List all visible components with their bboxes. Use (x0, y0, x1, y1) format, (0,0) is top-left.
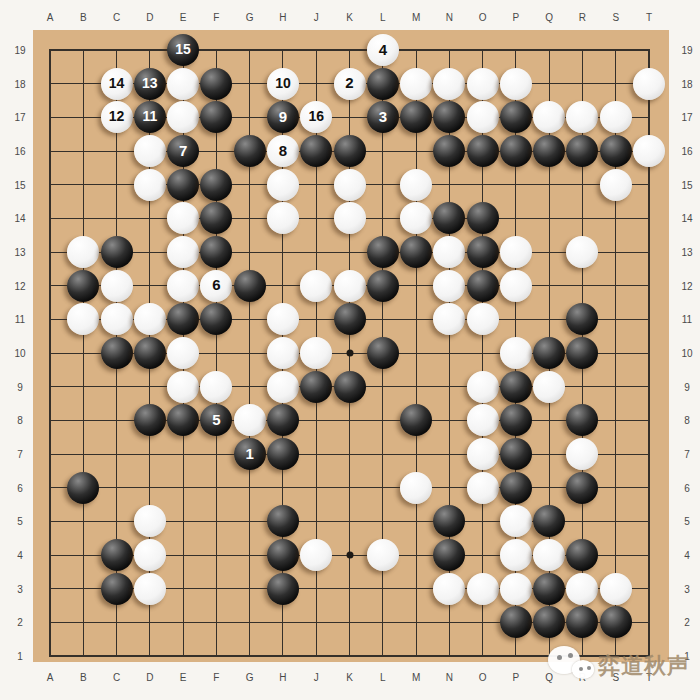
star-point-K10 (346, 350, 353, 357)
stone-black-N16 (433, 135, 465, 167)
stone-white-K18: 2 (334, 68, 366, 100)
move-number-5: 5 (212, 412, 220, 427)
stone-black-L10 (367, 337, 399, 369)
stone-black-G12 (234, 270, 266, 302)
stone-white-E10 (167, 337, 199, 369)
stone-white-H14 (267, 202, 299, 234)
stone-white-N18 (433, 68, 465, 100)
stone-black-D10 (134, 337, 166, 369)
col-label-bottom-N: N (446, 672, 453, 683)
stone-white-O8 (467, 404, 499, 436)
stone-white-P3 (500, 573, 532, 605)
stone-black-N5 (433, 505, 465, 537)
watermark-text: 弈道秋声 (598, 651, 690, 681)
stone-black-C3 (101, 573, 133, 605)
row-label-right-2: 2 (684, 617, 690, 628)
stone-black-G16 (234, 135, 266, 167)
stone-white-E9 (167, 371, 199, 403)
stone-white-Q17 (533, 101, 565, 133)
stone-white-O6 (467, 472, 499, 504)
stone-black-M8 (400, 404, 432, 436)
stone-black-Q16 (533, 135, 565, 167)
wechat-icon (546, 644, 598, 688)
stone-black-H17: 9 (267, 101, 299, 133)
move-number-9: 9 (279, 109, 287, 124)
row-label-left-5: 5 (17, 516, 23, 527)
stone-white-L19: 4 (367, 34, 399, 66)
col-label-bottom-L: L (380, 672, 386, 683)
stone-black-O12 (467, 270, 499, 302)
col-label-bottom-G: G (246, 672, 254, 683)
row-label-right-19: 19 (681, 45, 692, 56)
stone-black-J16 (300, 135, 332, 167)
col-label-top-Q: Q (545, 12, 553, 23)
stone-white-N11 (433, 303, 465, 335)
col-label-bottom-C: C (113, 672, 120, 683)
stone-white-H10 (267, 337, 299, 369)
stone-white-O18 (467, 68, 499, 100)
stone-black-F18 (200, 68, 232, 100)
col-label-top-L: L (380, 12, 386, 23)
row-label-left-14: 14 (14, 213, 25, 224)
stone-black-Q5 (533, 505, 565, 537)
col-label-bottom-D: D (146, 672, 153, 683)
move-number-3: 3 (379, 109, 387, 124)
stone-black-F8: 5 (200, 404, 232, 436)
stone-white-H16: 8 (267, 135, 299, 167)
row-label-left-19: 19 (14, 45, 25, 56)
stone-black-P9 (500, 371, 532, 403)
stone-white-K15 (334, 169, 366, 201)
stone-black-O13 (467, 236, 499, 268)
stone-white-O9 (467, 371, 499, 403)
stone-white-J12 (300, 270, 332, 302)
move-number-16: 16 (308, 109, 324, 123)
row-label-right-13: 13 (681, 247, 692, 258)
stone-white-O3 (467, 573, 499, 605)
stone-white-R7 (566, 438, 598, 470)
stone-black-C13 (101, 236, 133, 268)
stone-white-S17 (600, 101, 632, 133)
row-label-right-10: 10 (681, 348, 692, 359)
stone-black-R11 (566, 303, 598, 335)
move-number-8: 8 (279, 143, 287, 158)
col-label-top-B: B (80, 12, 87, 23)
stone-white-C17: 12 (101, 101, 133, 133)
move-number-2: 2 (345, 75, 353, 90)
col-label-bottom-M: M (412, 672, 420, 683)
move-number-10: 10 (275, 76, 291, 90)
row-label-left-11: 11 (15, 314, 25, 325)
stone-black-F15 (200, 169, 232, 201)
stone-white-P5 (500, 505, 532, 537)
stone-white-F12: 6 (200, 270, 232, 302)
stone-black-G7: 1 (234, 438, 266, 470)
stone-black-O14 (467, 202, 499, 234)
stone-black-C4 (101, 539, 133, 571)
stone-black-H8 (267, 404, 299, 436)
stone-white-C11 (101, 303, 133, 335)
stone-white-F9 (200, 371, 232, 403)
stone-black-F17 (200, 101, 232, 133)
row-label-right-9: 9 (684, 381, 690, 392)
watermark: 弈道秋声 (546, 644, 690, 688)
stone-white-B11 (67, 303, 99, 335)
stone-black-H3 (267, 573, 299, 605)
row-label-left-15: 15 (14, 179, 25, 190)
stone-black-P2 (500, 606, 532, 638)
col-label-bottom-B: B (80, 672, 87, 683)
wechat-eye (557, 655, 562, 660)
row-label-left-12: 12 (14, 280, 25, 291)
row-label-right-16: 16 (681, 146, 692, 157)
stone-white-H18: 10 (267, 68, 299, 100)
move-number-1: 1 (246, 446, 254, 461)
stone-black-N14 (433, 202, 465, 234)
stone-black-R6 (566, 472, 598, 504)
stone-white-O11 (467, 303, 499, 335)
col-label-top-P: P (513, 12, 520, 23)
stone-black-F11 (200, 303, 232, 335)
row-label-left-7: 7 (17, 449, 23, 460)
stone-black-P8 (500, 404, 532, 436)
move-number-15: 15 (175, 42, 191, 56)
row-label-left-8: 8 (17, 415, 23, 426)
stone-white-T18 (633, 68, 665, 100)
col-label-top-T: T (646, 12, 652, 23)
stone-black-D8 (134, 404, 166, 436)
wechat-bubble-small (572, 660, 594, 679)
stone-white-M14 (400, 202, 432, 234)
stone-black-B6 (67, 472, 99, 504)
col-label-top-K: K (346, 12, 353, 23)
stone-white-J17: 16 (300, 101, 332, 133)
stone-black-P16 (500, 135, 532, 167)
col-label-top-S: S (612, 12, 619, 23)
stone-white-T16 (633, 135, 665, 167)
stone-white-N12 (433, 270, 465, 302)
stone-black-O16 (467, 135, 499, 167)
wechat-eye (579, 667, 583, 671)
stone-black-P6 (500, 472, 532, 504)
stone-white-Q4 (533, 539, 565, 571)
stone-white-S3 (600, 573, 632, 605)
stone-black-Q2 (533, 606, 565, 638)
stone-white-C12 (101, 270, 133, 302)
col-label-top-D: D (146, 12, 153, 23)
stone-black-J9 (300, 371, 332, 403)
stone-black-D17: 11 (134, 101, 166, 133)
col-label-bottom-K: K (346, 672, 353, 683)
stone-white-E13 (167, 236, 199, 268)
grid-line-h-7 (49, 454, 650, 455)
row-label-left-17: 17 (14, 112, 25, 123)
stone-black-C10 (101, 337, 133, 369)
row-label-left-4: 4 (17, 550, 23, 561)
stone-white-D11 (134, 303, 166, 335)
stone-black-E11 (167, 303, 199, 335)
col-label-top-C: C (113, 12, 120, 23)
col-label-bottom-E: E (180, 672, 187, 683)
stone-white-J4 (300, 539, 332, 571)
stone-white-G8 (234, 404, 266, 436)
col-label-bottom-F: F (213, 672, 219, 683)
stone-white-E18 (167, 68, 199, 100)
move-number-7: 7 (179, 143, 187, 158)
stone-black-R8 (566, 404, 598, 436)
stone-white-M18 (400, 68, 432, 100)
move-number-14: 14 (109, 76, 125, 90)
stone-black-R2 (566, 606, 598, 638)
row-label-left-6: 6 (17, 482, 23, 493)
stone-black-L17: 3 (367, 101, 399, 133)
stone-white-E12 (167, 270, 199, 302)
stone-black-H5 (267, 505, 299, 537)
stone-white-K14 (334, 202, 366, 234)
row-label-right-7: 7 (684, 449, 690, 460)
row-label-right-15: 15 (681, 179, 692, 190)
row-label-right-11: 11 (682, 314, 692, 325)
col-label-top-R: R (579, 12, 586, 23)
col-label-bottom-H: H (279, 672, 286, 683)
move-number-12: 12 (109, 109, 125, 123)
stone-white-N3 (433, 573, 465, 605)
stone-black-K11 (334, 303, 366, 335)
stone-black-K9 (334, 371, 366, 403)
row-label-right-18: 18 (681, 78, 692, 89)
col-label-bottom-P: P (513, 672, 520, 683)
stone-black-S2 (600, 606, 632, 638)
stone-black-Q10 (533, 337, 565, 369)
row-label-left-16: 16 (14, 146, 25, 157)
row-label-right-6: 6 (684, 482, 690, 493)
row-label-right-3: 3 (684, 583, 690, 594)
stone-white-C18: 14 (101, 68, 133, 100)
row-label-left-9: 9 (17, 381, 23, 392)
stone-black-H7 (267, 438, 299, 470)
stone-white-M6 (400, 472, 432, 504)
row-label-left-3: 3 (17, 583, 23, 594)
stone-black-L12 (367, 270, 399, 302)
stone-black-P7 (500, 438, 532, 470)
col-label-bottom-O: O (479, 672, 487, 683)
col-label-top-E: E (180, 12, 187, 23)
stone-black-N17 (433, 101, 465, 133)
wechat-eye (568, 653, 573, 658)
stone-black-E19: 15 (167, 34, 199, 66)
row-label-right-17: 17 (681, 112, 692, 123)
col-label-top-M: M (412, 12, 420, 23)
col-label-top-H: H (279, 12, 286, 23)
stone-black-H4 (267, 539, 299, 571)
row-label-left-13: 13 (14, 247, 25, 258)
stone-white-O7 (467, 438, 499, 470)
stone-black-R4 (566, 539, 598, 571)
stone-black-P17 (500, 101, 532, 133)
stone-black-M13 (400, 236, 432, 268)
star-point-K4 (346, 552, 353, 559)
stone-white-O17 (467, 101, 499, 133)
row-label-right-8: 8 (684, 415, 690, 426)
stone-white-D15 (134, 169, 166, 201)
stone-white-E14 (167, 202, 199, 234)
col-label-top-G: G (246, 12, 254, 23)
stone-black-L18 (367, 68, 399, 100)
stone-white-D4 (134, 539, 166, 571)
row-label-right-4: 4 (684, 550, 690, 561)
stone-black-E15 (167, 169, 199, 201)
stone-white-Q9 (533, 371, 565, 403)
stone-black-F14 (200, 202, 232, 234)
stone-black-S16 (600, 135, 632, 167)
stone-white-R17 (566, 101, 598, 133)
col-label-top-N: N (446, 12, 453, 23)
stone-white-D5 (134, 505, 166, 537)
stone-white-R3 (566, 573, 598, 605)
stone-white-H15 (267, 169, 299, 201)
stone-white-K12 (334, 270, 366, 302)
stone-white-P18 (500, 68, 532, 100)
stone-white-E17 (167, 101, 199, 133)
stone-black-R16 (566, 135, 598, 167)
row-label-left-18: 18 (14, 78, 25, 89)
stone-white-H11 (267, 303, 299, 335)
stone-white-N13 (433, 236, 465, 268)
stone-black-E8 (167, 404, 199, 436)
stone-white-P13 (500, 236, 532, 268)
stone-white-H9 (267, 371, 299, 403)
stone-black-F13 (200, 236, 232, 268)
stone-white-M15 (400, 169, 432, 201)
grid-line-h-6 (49, 487, 650, 488)
grid-line-h-13 (49, 252, 650, 253)
go-diagram-page: AABBCCDDEEFFGGHHJJKKLLMMNNOOPPQQRRSSTT19… (0, 0, 700, 700)
col-label-bottom-A: A (47, 672, 54, 683)
move-number-11: 11 (142, 109, 157, 123)
stone-white-L4 (367, 539, 399, 571)
stone-black-D18: 13 (134, 68, 166, 100)
stone-black-E16: 7 (167, 135, 199, 167)
grid-line-h-19 (49, 49, 650, 51)
stone-black-Q3 (533, 573, 565, 605)
stone-white-S15 (600, 169, 632, 201)
stone-white-P4 (500, 539, 532, 571)
move-number-6: 6 (212, 277, 220, 292)
stone-white-D3 (134, 573, 166, 605)
row-label-left-2: 2 (17, 617, 23, 628)
stone-black-N4 (433, 539, 465, 571)
col-label-top-O: O (479, 12, 487, 23)
row-label-left-1: 1 (17, 651, 23, 662)
col-label-top-A: A (47, 12, 54, 23)
stone-white-P10 (500, 337, 532, 369)
stone-white-R13 (566, 236, 598, 268)
row-label-right-14: 14 (681, 213, 692, 224)
stone-white-P12 (500, 270, 532, 302)
stone-black-L13 (367, 236, 399, 268)
move-number-4: 4 (379, 42, 387, 57)
stone-white-D16 (134, 135, 166, 167)
row-label-right-5: 5 (684, 516, 690, 527)
col-label-top-F: F (213, 12, 219, 23)
stone-white-J10 (300, 337, 332, 369)
wechat-eye (587, 666, 591, 670)
move-number-13: 13 (142, 76, 158, 90)
col-label-top-J: J (314, 12, 319, 23)
stone-black-M17 (400, 101, 432, 133)
row-label-left-10: 10 (14, 348, 25, 359)
stone-black-B12 (67, 270, 99, 302)
stone-black-R10 (566, 337, 598, 369)
col-label-bottom-J: J (314, 672, 319, 683)
stone-black-K16 (334, 135, 366, 167)
row-label-right-12: 12 (681, 280, 692, 291)
stone-white-B13 (67, 236, 99, 268)
